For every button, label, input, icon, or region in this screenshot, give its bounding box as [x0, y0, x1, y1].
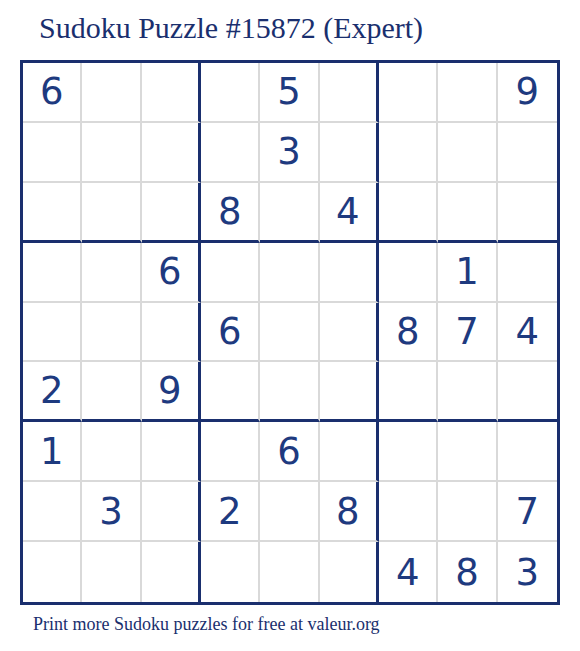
sudoku-cell-r3c8[interactable]	[438, 183, 497, 243]
sudoku-cell-r4c2[interactable]	[82, 243, 141, 303]
sudoku-cell-r2c6[interactable]	[320, 123, 379, 183]
sudoku-cell-r9c9[interactable]: 3	[498, 542, 557, 602]
sudoku-cell-r9c4[interactable]	[201, 542, 260, 602]
sudoku-cell-r1c6[interactable]	[320, 63, 379, 123]
page-title: Sudoku Puzzle #15872 (Expert)	[39, 11, 423, 45]
sudoku-cell-r5c1[interactable]	[23, 303, 82, 363]
sudoku-cell-r7c5[interactable]: 6	[260, 422, 319, 482]
sudoku-cell-r2c2[interactable]	[82, 123, 141, 183]
sudoku-cell-r7c4[interactable]	[201, 422, 260, 482]
sudoku-cell-r1c5[interactable]: 5	[260, 63, 319, 123]
sudoku-cell-r8c3[interactable]	[142, 482, 201, 542]
sudoku-cell-r8c8[interactable]	[438, 482, 497, 542]
sudoku-cell-r1c3[interactable]	[142, 63, 201, 123]
sudoku-cell-r5c6[interactable]	[320, 303, 379, 363]
sudoku-cell-r9c3[interactable]	[142, 542, 201, 602]
sudoku-cell-r2c1[interactable]	[23, 123, 82, 183]
sudoku-cell-r6c4[interactable]	[201, 362, 260, 422]
sudoku-cell-r2c4[interactable]	[201, 123, 260, 183]
sudoku-cell-r4c7[interactable]	[379, 243, 438, 303]
sudoku-cell-r3c5[interactable]	[260, 183, 319, 243]
sudoku-cell-r5c2[interactable]	[82, 303, 141, 363]
sudoku-cell-r8c5[interactable]	[260, 482, 319, 542]
sudoku-cell-r5c5[interactable]	[260, 303, 319, 363]
sudoku-cell-r6c8[interactable]	[438, 362, 497, 422]
sudoku-cell-r3c9[interactable]	[498, 183, 557, 243]
sudoku-cell-r4c4[interactable]	[201, 243, 260, 303]
sudoku-cell-r8c9[interactable]: 7	[498, 482, 557, 542]
sudoku-cell-r2c5[interactable]: 3	[260, 123, 319, 183]
sudoku-cell-r6c5[interactable]	[260, 362, 319, 422]
sudoku-cell-r5c7[interactable]: 8	[379, 303, 438, 363]
sudoku-cell-r1c8[interactable]	[438, 63, 497, 123]
footer-text: Print more Sudoku puzzles for free at va…	[33, 614, 380, 635]
sudoku-cell-r3c7[interactable]	[379, 183, 438, 243]
sudoku-cell-r7c3[interactable]	[142, 422, 201, 482]
sudoku-cell-r3c6[interactable]: 4	[320, 183, 379, 243]
sudoku-cell-r4c3[interactable]: 6	[142, 243, 201, 303]
sudoku-cell-r4c1[interactable]	[23, 243, 82, 303]
sudoku-cell-r9c7[interactable]: 4	[379, 542, 438, 602]
sudoku-cell-r5c8[interactable]: 7	[438, 303, 497, 363]
sudoku-cell-r5c9[interactable]: 4	[498, 303, 557, 363]
sudoku-cell-r9c5[interactable]	[260, 542, 319, 602]
sudoku-cell-r7c9[interactable]	[498, 422, 557, 482]
sudoku-cell-r4c9[interactable]	[498, 243, 557, 303]
sudoku-cell-r6c2[interactable]	[82, 362, 141, 422]
sudoku-cell-r7c6[interactable]	[320, 422, 379, 482]
sudoku-cell-r6c7[interactable]	[379, 362, 438, 422]
sudoku-cell-r7c2[interactable]	[82, 422, 141, 482]
sudoku-cell-r2c7[interactable]	[379, 123, 438, 183]
sudoku-cell-r9c8[interactable]: 8	[438, 542, 497, 602]
sudoku-cell-r7c1[interactable]: 1	[23, 422, 82, 482]
sudoku-cell-r6c9[interactable]	[498, 362, 557, 422]
sudoku-cell-r1c4[interactable]	[201, 63, 260, 123]
sudoku-cell-r2c3[interactable]	[142, 123, 201, 183]
sudoku-cell-r7c7[interactable]	[379, 422, 438, 482]
sudoku-cell-r6c1[interactable]: 2	[23, 362, 82, 422]
sudoku-cell-r1c2[interactable]	[82, 63, 141, 123]
sudoku-cell-r3c2[interactable]	[82, 183, 141, 243]
sudoku-cell-r1c9[interactable]: 9	[498, 63, 557, 123]
sudoku-cell-r5c4[interactable]: 6	[201, 303, 260, 363]
sudoku-cell-r4c6[interactable]	[320, 243, 379, 303]
sudoku-cell-r6c6[interactable]	[320, 362, 379, 422]
sudoku-cell-r1c1[interactable]: 6	[23, 63, 82, 123]
sudoku-cell-r4c8[interactable]: 1	[438, 243, 497, 303]
sudoku-cell-r6c3[interactable]: 9	[142, 362, 201, 422]
sudoku-cell-r2c9[interactable]	[498, 123, 557, 183]
sudoku-cell-r3c1[interactable]	[23, 183, 82, 243]
sudoku-cell-r8c2[interactable]: 3	[82, 482, 141, 542]
sudoku-cell-r9c2[interactable]	[82, 542, 141, 602]
sudoku-cell-r8c7[interactable]	[379, 482, 438, 542]
sudoku-cell-r4c5[interactable]	[260, 243, 319, 303]
sudoku-cell-r1c7[interactable]	[379, 63, 438, 123]
sudoku-cell-r9c1[interactable]	[23, 542, 82, 602]
sudoku-cell-r3c4[interactable]: 8	[201, 183, 260, 243]
sudoku-cell-r8c1[interactable]	[23, 482, 82, 542]
sudoku-cell-r8c4[interactable]: 2	[201, 482, 260, 542]
sudoku-cell-r5c3[interactable]	[142, 303, 201, 363]
sudoku-board: 65938461687429163287483	[20, 60, 560, 605]
sudoku-cell-r2c8[interactable]	[438, 123, 497, 183]
sudoku-cell-r9c6[interactable]	[320, 542, 379, 602]
sudoku-cell-r3c3[interactable]	[142, 183, 201, 243]
sudoku-cell-r7c8[interactable]	[438, 422, 497, 482]
sudoku-cell-r8c6[interactable]: 8	[320, 482, 379, 542]
